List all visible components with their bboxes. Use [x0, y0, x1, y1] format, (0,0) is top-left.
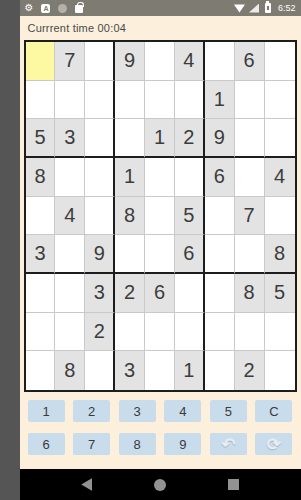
cell-r9c5[interactable] — [145, 351, 175, 390]
cell-r6c1[interactable]: 3 — [26, 235, 56, 274]
cell-r7c6[interactable] — [175, 274, 205, 313]
cell-r1c7[interactable] — [205, 42, 235, 81]
cell-r1c6[interactable]: 4 — [175, 42, 205, 81]
home-icon[interactable] — [154, 479, 166, 491]
shopping-bag-icon — [75, 5, 83, 13]
cell-r9c7[interactable] — [205, 351, 235, 390]
digit-1-button[interactable]: 1 — [28, 400, 65, 422]
cell-r2c5[interactable] — [145, 81, 175, 120]
cell-r3c9[interactable] — [265, 119, 295, 158]
cell-r1c9[interactable] — [265, 42, 295, 81]
cell-r8c5[interactable] — [145, 313, 175, 352]
cell-r8c6[interactable] — [175, 313, 205, 352]
digit-8-button[interactable]: 8 — [119, 433, 156, 455]
cell-r6c6[interactable]: 6 — [175, 235, 205, 274]
clock-time: 6:52 — [278, 3, 296, 13]
cell-r8c1[interactable] — [26, 313, 56, 352]
cell-r2c9[interactable] — [265, 81, 295, 120]
digit-2-button[interactable]: 2 — [73, 400, 110, 422]
cell-r5c8[interactable]: 7 — [235, 197, 265, 236]
cell-r3c7[interactable]: 9 — [205, 119, 235, 158]
digit-7-button[interactable]: 7 — [73, 433, 110, 455]
back-icon[interactable] — [81, 478, 92, 491]
cell-r3c5[interactable]: 1 — [145, 119, 175, 158]
cell-r6c8[interactable] — [235, 235, 265, 274]
cell-r9c8[interactable]: 2 — [235, 351, 265, 390]
refresh-button[interactable]: ⟳ — [255, 433, 292, 455]
undo-icon: ↶ — [221, 434, 235, 455]
cell-r9c2[interactable]: 8 — [55, 351, 85, 390]
android-nav-bar — [20, 469, 301, 500]
keypad: 12345C 6789 ↶ ⟳ — [20, 392, 301, 455]
cell-r5c5[interactable] — [145, 197, 175, 236]
cell-r5c7[interactable] — [205, 197, 235, 236]
cell-r3c1[interactable]: 5 — [26, 119, 56, 158]
clear-button[interactable]: C — [255, 400, 292, 422]
cell-r3c6[interactable]: 2 — [175, 119, 205, 158]
cell-r5c3[interactable] — [85, 197, 115, 236]
cell-r2c3[interactable] — [85, 81, 115, 120]
cell-r8c2[interactable] — [55, 313, 85, 352]
sudoku-app-screen: ⚙ A 6:52 Currrent time 00:04 79461531298… — [20, 0, 301, 500]
cell-r9c9[interactable] — [265, 351, 295, 390]
digit-6-button[interactable]: 6 — [28, 433, 65, 455]
cell-r4c9[interactable]: 4 — [265, 158, 295, 197]
cell-r3c2[interactable]: 3 — [55, 119, 85, 158]
cell-r5c1[interactable] — [26, 197, 56, 236]
cell-r2c4[interactable] — [115, 81, 145, 120]
cell-r1c5[interactable] — [145, 42, 175, 81]
cell-r7c1[interactable] — [26, 274, 56, 313]
cell-r7c7[interactable] — [205, 274, 235, 313]
digit-5-button[interactable]: 5 — [210, 400, 247, 422]
status-bar-notification-icons: ⚙ A — [25, 3, 234, 13]
cell-r7c9[interactable]: 5 — [265, 274, 295, 313]
cell-r6c9[interactable]: 8 — [265, 235, 295, 274]
cell-r1c1[interactable] — [26, 42, 56, 81]
cell-r2c2[interactable] — [55, 81, 85, 120]
cell-r9c1[interactable] — [26, 351, 56, 390]
cell-r9c4[interactable]: 3 — [115, 351, 145, 390]
cell-r4c3[interactable] — [85, 158, 115, 197]
cell-r4c6[interactable] — [175, 158, 205, 197]
undo-button[interactable]: ↶ — [210, 433, 247, 455]
refresh-icon: ⟳ — [267, 434, 281, 455]
cell-r8c4[interactable] — [115, 313, 145, 352]
notification-dot-icon — [58, 4, 67, 13]
cell-r8c7[interactable] — [205, 313, 235, 352]
cell-r7c3[interactable]: 3 — [85, 274, 115, 313]
cell-r1c4[interactable]: 9 — [115, 42, 145, 81]
cell-r4c4[interactable]: 1 — [115, 158, 145, 197]
cell-r7c8[interactable]: 8 — [235, 274, 265, 313]
status-bar: ⚙ A 6:52 — [20, 0, 301, 16]
cell-r6c4[interactable] — [115, 235, 145, 274]
digit-9-button[interactable]: 9 — [164, 433, 201, 455]
timer-row: Currrent time 00:04 — [20, 16, 301, 40]
cell-r2c1[interactable] — [26, 81, 56, 120]
cell-r2c6[interactable] — [175, 81, 205, 120]
cell-r5c4[interactable]: 8 — [115, 197, 145, 236]
cell-r4c5[interactable] — [145, 158, 175, 197]
digit-3-button[interactable]: 3 — [119, 400, 156, 422]
settings-gear-icon: ⚙ — [25, 3, 34, 13]
cell-r3c4[interactable] — [115, 119, 145, 158]
cell-r3c3[interactable] — [85, 119, 115, 158]
cell-r8c8[interactable] — [235, 313, 265, 352]
cell-r4c8[interactable] — [235, 158, 265, 197]
cell-r4c2[interactable] — [55, 158, 85, 197]
cell-r2c7[interactable]: 1 — [205, 81, 235, 120]
current-time-label: Currrent time 00:04 — [28, 22, 127, 34]
keypad-row-1: 12345C — [28, 400, 293, 422]
cell-r6c5[interactable] — [145, 235, 175, 274]
digit-4-button[interactable]: 4 — [164, 400, 201, 422]
cell-r4c1[interactable]: 8 — [26, 158, 56, 197]
cell-r6c3[interactable]: 9 — [85, 235, 115, 274]
cell-r8c3[interactable]: 2 — [85, 313, 115, 352]
a-app-icon: A — [41, 4, 50, 13]
cell-r7c5[interactable]: 6 — [145, 274, 175, 313]
wifi-icon — [234, 4, 245, 13]
cell-r6c2[interactable] — [55, 235, 85, 274]
recents-icon[interactable] — [228, 479, 239, 490]
cell-r7c4[interactable]: 2 — [115, 274, 145, 313]
cell-r7c2[interactable] — [55, 274, 85, 313]
cell-r6c7[interactable] — [205, 235, 235, 274]
cell-r8c9[interactable] — [265, 313, 295, 352]
cell-signal-icon — [249, 4, 259, 13]
cell-r5c9[interactable] — [265, 197, 295, 236]
cell-r9c6[interactable]: 1 — [175, 351, 205, 390]
cell-r3c8[interactable] — [235, 119, 265, 158]
cell-r5c6[interactable]: 5 — [175, 197, 205, 236]
cell-r5c2[interactable]: 4 — [55, 197, 85, 236]
cell-r4c7[interactable]: 6 — [205, 158, 235, 197]
cell-r1c8[interactable]: 6 — [235, 42, 265, 81]
cell-r1c2[interactable]: 7 — [55, 42, 85, 81]
cell-r2c8[interactable] — [235, 81, 265, 120]
keypad-row-2: 6789 ↶ ⟳ — [28, 433, 293, 455]
cell-r1c3[interactable] — [85, 42, 115, 81]
battery-icon — [265, 3, 271, 13]
cell-r9c3[interactable] — [85, 351, 115, 390]
status-bar-system-icons: 6:52 — [234, 3, 296, 13]
sudoku-board: 79461531298164485739683268528312 — [24, 40, 297, 392]
